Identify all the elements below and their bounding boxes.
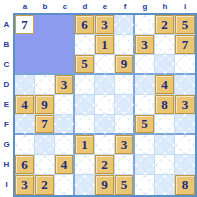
diamond-pattern [95, 95, 115, 115]
cell-Ah[interactable]: 2 [155, 15, 175, 35]
cell-Ce[interactable] [95, 55, 115, 75]
diamond-pattern [175, 54, 195, 74]
cell-Id[interactable] [75, 175, 95, 195]
cell-If[interactable]: 5 [115, 175, 135, 195]
cell-Ad[interactable]: 6 [75, 15, 95, 35]
diamond-pattern [54, 175, 74, 195]
diamond-pattern [114, 95, 134, 115]
given-tile[interactable]: 4 [55, 155, 73, 174]
diamond-pattern [54, 95, 74, 115]
cell-Eg[interactable] [135, 95, 155, 115]
col-label-h: h [155, 0, 175, 13]
cell-Ba[interactable] [15, 35, 35, 55]
diamond-pattern [155, 155, 175, 175]
cell-He[interactable]: 2 [95, 155, 115, 175]
row-label-A: A [0, 15, 13, 35]
col-label-c: c [55, 0, 75, 13]
diamond-pattern [75, 95, 95, 115]
cell-Ci[interactable] [175, 55, 195, 75]
diamond-pattern [135, 54, 155, 74]
cell-Cb[interactable] [35, 55, 55, 75]
given-tile[interactable]: 6 [15, 155, 34, 174]
given-tile[interactable]: 7 [35, 115, 54, 133]
cell-Af[interactable] [115, 15, 135, 35]
cell-Ac[interactable] [55, 15, 75, 35]
cell-Ge[interactable] [95, 135, 115, 155]
cell-Ed[interactable] [75, 95, 95, 115]
cell-Cg[interactable] [135, 55, 155, 75]
cell-Ch[interactable] [155, 55, 175, 75]
given-tile[interactable]: 9 [95, 175, 114, 195]
given-tile[interactable]: 3 [115, 135, 133, 154]
cell-Cc[interactable] [55, 55, 75, 75]
cell-Fi[interactable] [175, 115, 195, 135]
diamond-pattern [135, 155, 155, 175]
diamond-pattern [135, 75, 155, 95]
cell-Bc[interactable] [55, 35, 75, 55]
cell-Hd[interactable] [75, 155, 95, 175]
given-tile[interactable]: 3 [15, 175, 34, 195]
cell-Di[interactable] [175, 75, 195, 95]
cell-Ec[interactable] [55, 95, 75, 115]
diamond-pattern [35, 135, 55, 155]
sudoku-app: abcdefghi ABCDEFGHI 76325137593449837513… [0, 0, 197, 197]
cell-Hi[interactable] [175, 155, 195, 175]
diamond-pattern [75, 35, 95, 55]
diamond-pattern [15, 114, 35, 134]
given-tile[interactable]: 3 [55, 75, 73, 94]
given-tile[interactable]: 2 [95, 155, 114, 174]
given-tile[interactable]: 5 [115, 175, 133, 195]
cell-Ia[interactable]: 3 [15, 175, 35, 195]
given-tile[interactable]: 1 [95, 35, 114, 54]
cell-Be[interactable]: 1 [95, 35, 115, 55]
diamond-pattern [95, 135, 115, 155]
col-label-d: d [75, 0, 95, 13]
cell-Ih[interactable] [155, 175, 175, 195]
col-label-f: f [115, 0, 135, 13]
diamond-pattern [75, 114, 95, 134]
cell-Bg[interactable]: 3 [135, 35, 155, 55]
cell-Bf[interactable] [115, 35, 135, 55]
cell-Ag[interactable] [135, 15, 155, 35]
cell-Fh[interactable] [155, 115, 175, 135]
cell-Bb[interactable] [35, 35, 55, 55]
row-label-I: I [0, 175, 13, 195]
diamond-pattern [114, 15, 134, 35]
given-tile[interactable]: 5 [175, 15, 195, 34]
cell-Ei[interactable]: 3 [175, 95, 195, 115]
diamond-pattern [155, 175, 175, 195]
cell-Bi[interactable]: 7 [175, 35, 195, 55]
cell-Ib[interactable]: 2 [35, 175, 55, 195]
row-label-F: F [0, 115, 13, 135]
cell-Hb[interactable] [35, 155, 55, 175]
row-label-D: D [0, 75, 13, 95]
row-label-H: H [0, 155, 13, 175]
cell-Ab[interactable] [35, 15, 55, 35]
cell-Fb[interactable]: 7 [35, 115, 55, 135]
row-labels: ABCDEFGHI [0, 15, 13, 195]
diamond-pattern [95, 75, 115, 95]
diamond-pattern [135, 175, 155, 195]
cell-Ii[interactable]: 8 [175, 175, 195, 195]
diamond-pattern [95, 114, 115, 134]
cell-Ic[interactable] [55, 175, 75, 195]
diamond-pattern [35, 75, 55, 95]
given-tile[interactable]: 3 [95, 15, 114, 34]
given-tile[interactable]: 2 [35, 175, 54, 195]
diamond-pattern [54, 135, 74, 155]
cell-Gf[interactable]: 3 [115, 135, 135, 155]
diamond-pattern [155, 35, 175, 55]
diamond-pattern [135, 95, 155, 115]
diamond-pattern [175, 75, 195, 95]
given-tile[interactable]: 8 [175, 175, 195, 195]
row-label-C: C [0, 55, 13, 75]
cell-Ef[interactable] [115, 95, 135, 115]
cell-Ee[interactable] [95, 95, 115, 115]
cell-Hc[interactable]: 4 [55, 155, 75, 175]
diamond-pattern [135, 15, 155, 35]
cell-Ea[interactable]: 4 [15, 95, 35, 115]
cell-Da[interactable] [15, 75, 35, 95]
diamond-pattern [95, 54, 115, 74]
row-label-E: E [0, 95, 13, 115]
cell-Gb[interactable] [35, 135, 55, 155]
diamond-pattern [155, 135, 175, 155]
cell-Dh[interactable]: 4 [155, 75, 175, 95]
given-tile[interactable]: 4 [155, 75, 174, 94]
cell-Fc[interactable] [55, 115, 75, 135]
given-tile[interactable]: 9 [115, 55, 133, 73]
cell-Ff[interactable] [115, 115, 135, 135]
cell-Dc[interactable]: 3 [55, 75, 75, 95]
diamond-pattern [54, 114, 74, 134]
selected-given-tile[interactable]: 7 [15, 15, 34, 34]
cell-Fa[interactable] [15, 115, 35, 135]
column-labels: abcdefghi [15, 0, 195, 13]
diamond-pattern [114, 75, 134, 95]
cell-Fe[interactable] [95, 115, 115, 135]
cell-Bd[interactable] [75, 35, 95, 55]
diamond-pattern [155, 114, 175, 134]
diamond-pattern [175, 114, 195, 134]
diamond-pattern [35, 155, 55, 175]
cell-Gi[interactable] [175, 135, 195, 155]
col-label-i: i [175, 0, 195, 13]
row-label-B: B [0, 35, 13, 55]
col-label-a: a [15, 0, 35, 13]
cell-Eb[interactable]: 9 [35, 95, 55, 115]
diamond-pattern [175, 155, 195, 175]
given-tile[interactable]: 6 [75, 15, 94, 34]
given-tile[interactable]: 1 [75, 135, 94, 154]
col-label-e: e [95, 0, 115, 13]
given-tile[interactable]: 5 [135, 115, 154, 133]
cell-Gd[interactable]: 1 [75, 135, 95, 155]
cell-Aa[interactable]: 7 [15, 15, 35, 35]
cell-Ga[interactable] [15, 135, 35, 155]
cell-Cd[interactable]: 5 [75, 55, 95, 75]
given-tile[interactable]: 5 [75, 55, 94, 73]
cell-Ha[interactable]: 6 [15, 155, 35, 175]
sudoku-board[interactable]: 7632513759344983751364232958 [13, 13, 197, 197]
cell-Cf[interactable]: 9 [115, 55, 135, 75]
col-label-g: g [135, 0, 155, 13]
cell-Bh[interactable] [155, 35, 175, 55]
diamond-pattern [75, 175, 95, 195]
cell-Hf[interactable] [115, 155, 135, 175]
cell-Ai[interactable]: 5 [175, 15, 195, 35]
given-tile[interactable]: 2 [155, 15, 174, 34]
diamond-pattern [114, 155, 134, 175]
diamond-pattern [114, 114, 134, 134]
cell-Hh[interactable] [155, 155, 175, 175]
diamond-pattern [15, 135, 35, 155]
cell-Db[interactable] [35, 75, 55, 95]
cell-Dg[interactable] [135, 75, 155, 95]
given-tile[interactable]: 7 [175, 35, 195, 54]
row-label-G: G [0, 135, 13, 155]
given-tile[interactable]: 9 [35, 95, 54, 114]
cell-Gc[interactable] [55, 135, 75, 155]
given-tile[interactable]: 8 [155, 95, 174, 114]
cell-Fd[interactable] [75, 115, 95, 135]
cell-Df[interactable] [115, 75, 135, 95]
cell-Dd[interactable] [75, 75, 95, 95]
diamond-pattern [114, 35, 134, 55]
diamond-pattern [175, 135, 195, 155]
cell-De[interactable] [95, 75, 115, 95]
diamond-pattern [75, 75, 95, 95]
cell-Ae[interactable]: 3 [95, 15, 115, 35]
diamond-pattern [15, 75, 35, 95]
cell-Ie[interactable]: 9 [95, 175, 115, 195]
given-tile[interactable]: 3 [175, 95, 195, 114]
diamond-pattern [135, 135, 155, 155]
diamond-pattern [155, 54, 175, 74]
given-tile[interactable]: 3 [135, 35, 154, 54]
cell-Ig[interactable] [135, 175, 155, 195]
cell-Fg[interactable]: 5 [135, 115, 155, 135]
cell-Gh[interactable] [155, 135, 175, 155]
diamond-pattern [75, 155, 95, 175]
col-label-b: b [35, 0, 55, 13]
cell-Hg[interactable] [135, 155, 155, 175]
cell-Ca[interactable] [15, 55, 35, 75]
cell-Eh[interactable]: 8 [155, 95, 175, 115]
cell-Gg[interactable] [135, 135, 155, 155]
given-tile[interactable]: 4 [15, 95, 34, 114]
